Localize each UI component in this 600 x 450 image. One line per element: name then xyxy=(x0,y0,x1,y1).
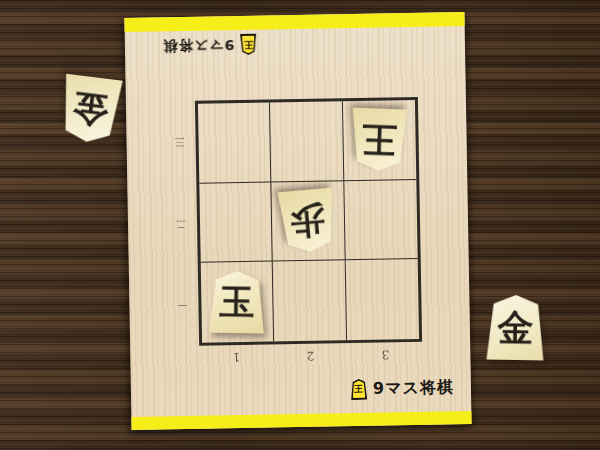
cell-file2-rank1[interactable] xyxy=(273,261,347,342)
piece-sente-gold-in-hand[interactable]: 金 xyxy=(486,295,544,361)
cell-file3-rank1[interactable] xyxy=(345,259,419,340)
game-title: 9マス将棋 xyxy=(163,36,235,55)
rank-label-1: 一 xyxy=(173,264,192,346)
file-label-3: 3 xyxy=(348,346,423,363)
piece-gote-gold-in-hand[interactable]: 金 xyxy=(58,74,122,145)
yellow-band-bottom xyxy=(131,411,471,430)
file-labels: 1 2 3 xyxy=(199,346,422,366)
shogi-board-sheet: 王 9マス将棋 王 9マス将棋 三 二 一 王 xyxy=(124,12,471,430)
piece-sente-king[interactable]: 玉 xyxy=(209,271,265,334)
file-label-1: 1 xyxy=(199,348,274,365)
piece-gote-king[interactable]: 王 xyxy=(351,108,408,172)
file-label-2: 2 xyxy=(274,347,349,364)
wooden-table: 王 9マス将棋 王 9マス将棋 三 二 一 王 xyxy=(0,0,600,450)
logo-top-rotated: 王 9マス将棋 xyxy=(163,34,257,57)
piece-body: 金 xyxy=(486,295,544,361)
piece-glyph: 金 xyxy=(70,89,110,129)
piece-glyph: 歩 xyxy=(289,202,327,240)
cell-file2-rank3[interactable] xyxy=(270,101,344,182)
logo-piece-glyph: 王 xyxy=(242,35,255,53)
piece-gote-pawn[interactable]: 歩 xyxy=(278,188,338,255)
piece-glyph: 玉 xyxy=(219,284,255,320)
logo-piece-glyph: 王 xyxy=(352,380,365,398)
cell-file1-rank3[interactable] xyxy=(198,102,272,183)
piece-glyph: 王 xyxy=(361,122,397,158)
cell-file1-rank2[interactable] xyxy=(199,182,273,263)
rank-label-2: 二 xyxy=(171,183,190,265)
rank-label-3: 三 xyxy=(170,101,189,183)
game-title: 9マス将棋 xyxy=(373,377,454,399)
shogi-board: 王 歩 玉 xyxy=(195,97,422,346)
yellow-band-top xyxy=(124,12,464,32)
piece-body: 玉 xyxy=(209,271,265,334)
cell-file1-rank1[interactable]: 玉 xyxy=(201,262,275,343)
logo-piece-icon: 王 xyxy=(351,379,367,400)
cell-file3-rank2[interactable] xyxy=(344,180,418,261)
logo-piece-icon: 王 xyxy=(240,34,256,55)
piece-glyph: 金 xyxy=(497,309,534,346)
piece-body: 王 xyxy=(351,108,408,172)
piece-body: 歩 xyxy=(278,188,338,255)
piece-body: 金 xyxy=(58,74,122,145)
logo-bottom: 王 9マス将棋 xyxy=(351,377,454,400)
rank-labels: 三 二 一 xyxy=(170,101,192,346)
cell-file2-rank2[interactable]: 歩 xyxy=(272,181,346,262)
cell-file3-rank3[interactable]: 王 xyxy=(343,100,417,181)
